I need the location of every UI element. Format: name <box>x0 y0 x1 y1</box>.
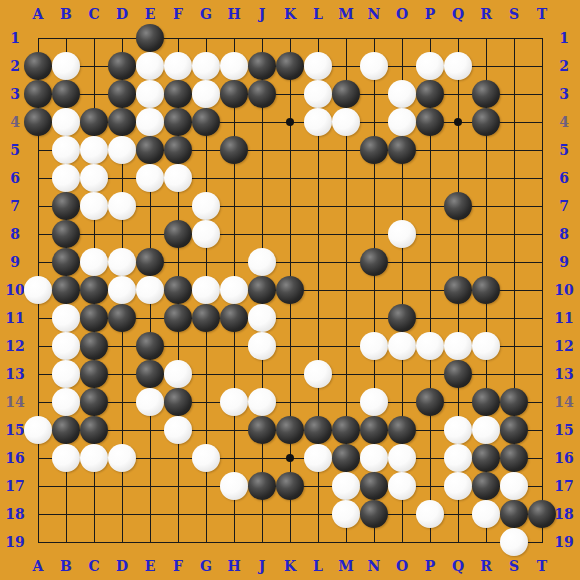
white-stone[interactable] <box>388 472 416 500</box>
coordinate-label: Q <box>445 558 471 574</box>
black-stone[interactable] <box>444 192 472 220</box>
coordinate-label: 10 <box>551 282 577 298</box>
coordinate-label: O <box>389 558 415 574</box>
coordinate-label: 16 <box>551 450 577 466</box>
black-stone[interactable] <box>164 136 192 164</box>
black-stone[interactable] <box>416 108 444 136</box>
white-stone[interactable] <box>360 332 388 360</box>
black-stone[interactable] <box>136 360 164 388</box>
black-stone[interactable] <box>276 472 304 500</box>
coordinate-label: 8 <box>551 226 577 242</box>
white-stone[interactable] <box>192 52 220 80</box>
black-stone[interactable] <box>500 444 528 472</box>
white-stone[interactable] <box>52 164 80 192</box>
black-stone[interactable] <box>108 108 136 136</box>
coordinate-label: A <box>25 6 51 22</box>
coordinate-label: H <box>221 6 247 22</box>
black-stone[interactable] <box>164 108 192 136</box>
white-stone[interactable] <box>136 108 164 136</box>
black-stone[interactable] <box>164 80 192 108</box>
coordinate-label: T <box>529 558 555 574</box>
coordinate-label: A <box>25 558 51 574</box>
white-stone[interactable] <box>52 388 80 416</box>
black-stone[interactable] <box>80 416 108 444</box>
black-stone[interactable] <box>332 416 360 444</box>
white-stone[interactable] <box>444 472 472 500</box>
white-stone[interactable] <box>192 192 220 220</box>
black-stone[interactable] <box>52 80 80 108</box>
white-stone[interactable] <box>472 416 500 444</box>
white-stone[interactable] <box>332 108 360 136</box>
white-stone[interactable] <box>388 444 416 472</box>
white-stone[interactable] <box>80 444 108 472</box>
white-stone[interactable] <box>304 52 332 80</box>
white-stone[interactable] <box>164 360 192 388</box>
black-stone[interactable] <box>472 444 500 472</box>
black-stone[interactable] <box>276 52 304 80</box>
star-point <box>286 454 294 462</box>
coordinate-label: N <box>361 558 387 574</box>
coordinate-label: 7 <box>551 198 577 214</box>
coordinate-label: 16 <box>2 450 28 466</box>
coordinate-label: 14 <box>551 394 577 410</box>
black-stone[interactable] <box>500 388 528 416</box>
black-stone[interactable] <box>500 500 528 528</box>
white-stone[interactable] <box>388 332 416 360</box>
coordinate-label: 14 <box>2 394 28 410</box>
black-stone[interactable] <box>248 472 276 500</box>
coordinate-label: D <box>109 6 135 22</box>
go-board[interactable]: AABBCCDDEEFFGGHHJJKKLLMMNNOOPPQQRRSSTT11… <box>0 0 580 580</box>
black-stone[interactable] <box>444 276 472 304</box>
coordinate-label: 1 <box>2 30 28 46</box>
coordinate-label: 6 <box>2 170 28 186</box>
coordinate-label: G <box>193 6 219 22</box>
black-stone[interactable] <box>164 388 192 416</box>
white-stone[interactable] <box>164 164 192 192</box>
coordinate-label: J <box>249 558 275 574</box>
white-stone[interactable] <box>80 136 108 164</box>
black-stone[interactable] <box>444 360 472 388</box>
coordinate-label: 9 <box>551 254 577 270</box>
coordinate-label: 4 <box>551 114 577 130</box>
black-stone[interactable] <box>472 472 500 500</box>
white-stone[interactable] <box>24 416 52 444</box>
coordinate-label: L <box>305 558 331 574</box>
coordinate-label: 5 <box>2 142 28 158</box>
white-stone[interactable] <box>192 220 220 248</box>
black-stone[interactable] <box>472 80 500 108</box>
white-stone[interactable] <box>108 136 136 164</box>
coordinate-label: D <box>109 558 135 574</box>
black-stone[interactable] <box>164 276 192 304</box>
coordinate-label: S <box>501 6 527 22</box>
white-stone[interactable] <box>304 360 332 388</box>
coordinate-label: J <box>249 6 275 22</box>
black-stone[interactable] <box>332 80 360 108</box>
coordinate-label: 8 <box>2 226 28 242</box>
coordinate-label: R <box>473 558 499 574</box>
coordinate-label: N <box>361 6 387 22</box>
coordinate-label: 9 <box>2 254 28 270</box>
white-stone[interactable] <box>360 52 388 80</box>
black-stone[interactable] <box>388 304 416 332</box>
black-stone[interactable] <box>24 80 52 108</box>
black-stone[interactable] <box>416 80 444 108</box>
white-stone[interactable] <box>80 164 108 192</box>
white-stone[interactable] <box>248 248 276 276</box>
coordinate-label: P <box>417 558 443 574</box>
black-stone[interactable] <box>220 304 248 332</box>
coordinate-label: 11 <box>2 310 28 326</box>
white-stone[interactable] <box>416 500 444 528</box>
white-stone[interactable] <box>444 416 472 444</box>
black-stone[interactable] <box>472 276 500 304</box>
white-stone[interactable] <box>136 276 164 304</box>
coordinate-label: B <box>53 558 79 574</box>
white-stone[interactable] <box>164 416 192 444</box>
coordinate-label: S <box>501 558 527 574</box>
star-point <box>454 118 462 126</box>
black-stone[interactable] <box>108 304 136 332</box>
black-stone[interactable] <box>80 332 108 360</box>
black-stone[interactable] <box>276 276 304 304</box>
black-stone[interactable] <box>248 52 276 80</box>
black-stone[interactable] <box>52 416 80 444</box>
coordinate-label: F <box>165 558 191 574</box>
black-stone[interactable] <box>500 416 528 444</box>
black-stone[interactable] <box>360 500 388 528</box>
coordinate-label: H <box>221 558 247 574</box>
white-stone[interactable] <box>192 444 220 472</box>
coordinate-label: 19 <box>551 534 577 550</box>
coordinate-label: 19 <box>2 534 28 550</box>
black-stone[interactable] <box>80 304 108 332</box>
white-stone[interactable] <box>80 248 108 276</box>
coordinate-label: E <box>137 6 163 22</box>
black-stone[interactable] <box>52 220 80 248</box>
coordinate-label: 13 <box>551 366 577 382</box>
white-stone[interactable] <box>52 136 80 164</box>
black-stone[interactable] <box>248 80 276 108</box>
white-stone[interactable] <box>304 444 332 472</box>
black-stone[interactable] <box>164 220 192 248</box>
white-stone[interactable] <box>360 388 388 416</box>
coordinate-label: 7 <box>2 198 28 214</box>
coordinate-label: M <box>333 558 359 574</box>
white-stone[interactable] <box>136 164 164 192</box>
black-stone[interactable] <box>276 416 304 444</box>
white-stone[interactable] <box>388 80 416 108</box>
black-stone[interactable] <box>332 444 360 472</box>
white-stone[interactable] <box>52 332 80 360</box>
coordinate-label: 18 <box>2 506 28 522</box>
coordinate-label: C <box>81 6 107 22</box>
white-stone[interactable] <box>136 80 164 108</box>
coordinate-label: G <box>193 558 219 574</box>
black-stone[interactable] <box>472 388 500 416</box>
white-stone[interactable] <box>248 304 276 332</box>
coordinate-label: 6 <box>551 170 577 186</box>
black-stone[interactable] <box>136 332 164 360</box>
coordinate-label: 5 <box>551 142 577 158</box>
coordinate-label: O <box>389 6 415 22</box>
white-stone[interactable] <box>136 52 164 80</box>
black-stone[interactable] <box>108 52 136 80</box>
white-stone[interactable] <box>52 360 80 388</box>
black-stone[interactable] <box>80 108 108 136</box>
white-stone[interactable] <box>80 192 108 220</box>
star-point <box>286 118 294 126</box>
white-stone[interactable] <box>192 276 220 304</box>
coordinate-label: T <box>529 6 555 22</box>
white-stone[interactable] <box>444 444 472 472</box>
black-stone[interactable] <box>248 276 276 304</box>
white-stone[interactable] <box>52 304 80 332</box>
white-stone[interactable] <box>108 192 136 220</box>
coordinate-label: P <box>417 6 443 22</box>
white-stone[interactable] <box>388 220 416 248</box>
coordinate-label: 2 <box>551 58 577 74</box>
white-stone[interactable] <box>304 108 332 136</box>
coordinate-label: E <box>137 558 163 574</box>
white-stone[interactable] <box>332 472 360 500</box>
white-stone[interactable] <box>52 108 80 136</box>
coordinate-label: K <box>277 6 303 22</box>
coordinate-label: 12 <box>2 338 28 354</box>
black-stone[interactable] <box>220 80 248 108</box>
black-stone[interactable] <box>220 136 248 164</box>
white-stone[interactable] <box>136 388 164 416</box>
coordinate-label: Q <box>445 6 471 22</box>
white-stone[interactable] <box>192 80 220 108</box>
white-stone[interactable] <box>472 332 500 360</box>
black-stone[interactable] <box>388 136 416 164</box>
coordinate-label: 13 <box>2 366 28 382</box>
coordinate-label: B <box>53 6 79 22</box>
white-stone[interactable] <box>220 472 248 500</box>
white-stone[interactable] <box>248 332 276 360</box>
black-stone[interactable] <box>360 248 388 276</box>
black-stone[interactable] <box>52 192 80 220</box>
white-stone[interactable] <box>220 52 248 80</box>
coordinate-label: 17 <box>2 478 28 494</box>
white-stone[interactable] <box>164 52 192 80</box>
black-stone[interactable] <box>136 248 164 276</box>
black-stone[interactable] <box>136 24 164 52</box>
white-stone[interactable] <box>108 276 136 304</box>
black-stone[interactable] <box>52 248 80 276</box>
white-stone[interactable] <box>52 444 80 472</box>
white-stone[interactable] <box>500 528 528 556</box>
white-stone[interactable] <box>360 444 388 472</box>
coordinate-label: L <box>305 6 331 22</box>
white-stone[interactable] <box>416 332 444 360</box>
black-stone[interactable] <box>388 416 416 444</box>
white-stone[interactable] <box>52 52 80 80</box>
black-stone[interactable] <box>304 416 332 444</box>
black-stone[interactable] <box>136 136 164 164</box>
coordinate-label: 12 <box>551 338 577 354</box>
white-stone[interactable] <box>220 388 248 416</box>
coordinate-label: M <box>333 6 359 22</box>
black-stone[interactable] <box>80 276 108 304</box>
black-stone[interactable] <box>528 500 556 528</box>
white-stone[interactable] <box>416 52 444 80</box>
white-stone[interactable] <box>220 276 248 304</box>
black-stone[interactable] <box>192 108 220 136</box>
coordinate-label: 1 <box>551 30 577 46</box>
coordinate-label: 15 <box>551 422 577 438</box>
coordinate-label: K <box>277 558 303 574</box>
white-stone[interactable] <box>444 332 472 360</box>
black-stone[interactable] <box>164 304 192 332</box>
black-stone[interactable] <box>192 304 220 332</box>
black-stone[interactable] <box>360 136 388 164</box>
coordinate-label: 17 <box>551 478 577 494</box>
black-stone[interactable] <box>248 416 276 444</box>
black-stone[interactable] <box>24 108 52 136</box>
white-stone[interactable] <box>332 500 360 528</box>
white-stone[interactable] <box>108 248 136 276</box>
white-stone[interactable] <box>388 108 416 136</box>
white-stone[interactable] <box>304 80 332 108</box>
black-stone[interactable] <box>360 416 388 444</box>
white-stone[interactable] <box>444 52 472 80</box>
black-stone[interactable] <box>24 52 52 80</box>
white-stone[interactable] <box>24 276 52 304</box>
coordinate-label: 11 <box>551 310 577 326</box>
black-stone[interactable] <box>80 388 108 416</box>
coordinate-label: C <box>81 558 107 574</box>
white-stone[interactable] <box>248 388 276 416</box>
white-stone[interactable] <box>472 500 500 528</box>
black-stone[interactable] <box>108 80 136 108</box>
black-stone[interactable] <box>52 276 80 304</box>
black-stone[interactable] <box>360 472 388 500</box>
white-stone[interactable] <box>108 444 136 472</box>
coordinate-label: R <box>473 6 499 22</box>
coordinate-label: 3 <box>551 86 577 102</box>
black-stone[interactable] <box>416 388 444 416</box>
coordinate-label: F <box>165 6 191 22</box>
black-stone[interactable] <box>80 360 108 388</box>
white-stone[interactable] <box>500 472 528 500</box>
black-stone[interactable] <box>472 108 500 136</box>
